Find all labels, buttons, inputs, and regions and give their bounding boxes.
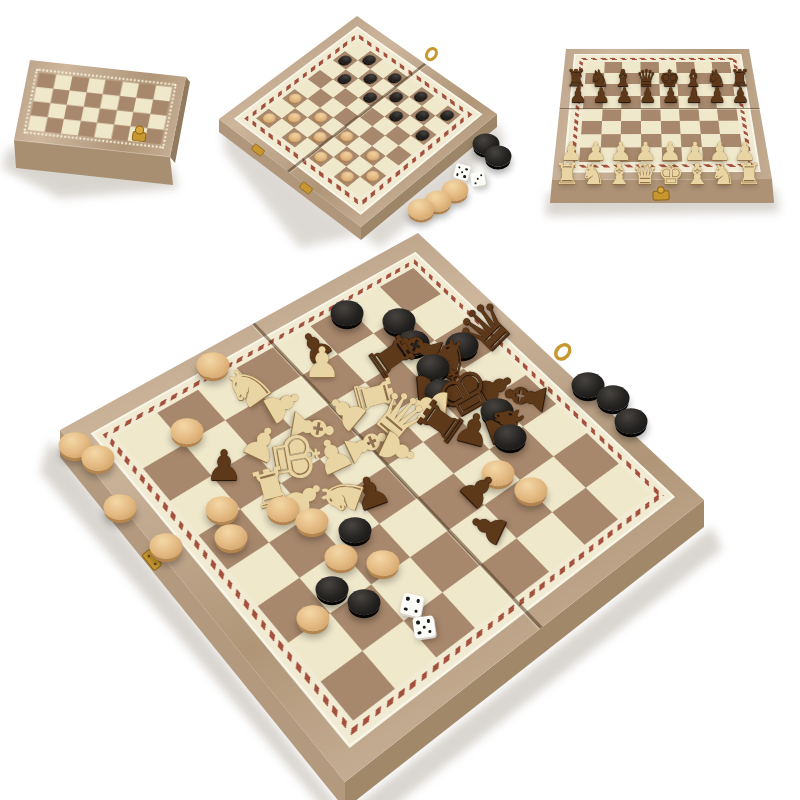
board-cell (600, 134, 621, 148)
board-cell (641, 134, 661, 148)
board-cell (697, 96, 717, 108)
board-cell (659, 84, 678, 96)
board-cell (677, 73, 696, 84)
board-cell (717, 108, 738, 121)
board-cell (641, 84, 660, 96)
board-cell (722, 147, 744, 161)
board-cell (582, 108, 602, 121)
gold-hook-icon (424, 47, 438, 62)
board-cell (144, 128, 164, 144)
drop-shadow (2, 148, 178, 198)
checkers-board-frame (219, 16, 497, 227)
board-cell (696, 84, 716, 96)
board-cell (699, 121, 720, 134)
closed-box-checker-pattern (28, 73, 173, 145)
board-cell (622, 84, 641, 96)
chess-board-frame (552, 49, 772, 180)
board-cell (600, 148, 621, 162)
board-cell (641, 148, 662, 162)
board-cell (712, 62, 731, 73)
board-cell (661, 148, 682, 162)
board-cell (676, 62, 695, 73)
closed-box-lid-frame (14, 60, 186, 157)
board-cell (603, 84, 622, 96)
board-cell (620, 148, 641, 162)
board-cell (698, 108, 719, 121)
board-cell (658, 62, 677, 73)
board-cell (659, 73, 678, 84)
board-cell (702, 147, 724, 161)
board-cell (585, 73, 604, 84)
board-cell (603, 73, 622, 84)
board-cell (681, 134, 702, 148)
die-showing-3 (470, 171, 486, 187)
board-cell (680, 121, 701, 134)
die-showing-5 (453, 163, 471, 181)
board-cell (622, 73, 641, 84)
board-cell (601, 121, 621, 134)
board-cell (621, 108, 641, 121)
board-cell (583, 96, 603, 108)
wood-checker-piece (408, 198, 435, 219)
board-cell (678, 96, 698, 108)
board-cell (714, 84, 734, 96)
board-cell (621, 121, 641, 134)
black-checker-piece (485, 145, 512, 166)
main-board-frame (60, 233, 704, 782)
checkers-board-grid (256, 42, 461, 197)
board-cell (640, 62, 658, 73)
board-cell (661, 134, 682, 148)
board-cell (660, 121, 680, 134)
board-cell (581, 121, 602, 134)
black-checker-piece (473, 133, 500, 154)
box-side-face (550, 179, 774, 203)
board-cell (700, 134, 721, 148)
drop-shadow (545, 188, 780, 216)
board-cell (679, 108, 699, 121)
board-cell (720, 134, 742, 148)
wood-checker-piece (442, 179, 469, 200)
gold-clasp-icon (653, 187, 669, 201)
board-cell (719, 121, 740, 134)
chess-board-grid (579, 62, 744, 162)
closed-box-view (14, 60, 186, 157)
gold-hook-icon (553, 342, 573, 362)
board-cell (678, 84, 698, 96)
board-cell (713, 73, 733, 84)
checkers-board-view (219, 16, 497, 227)
board-cell (586, 62, 605, 73)
board-cell (604, 62, 622, 73)
product-photo-stage: ♜♞♝♛♚♝♞♜♟♟♟♟♟♟♟♟♟♟♟♟♟♟♟♟♜♞♝♛♚♝♞♜♛♟♝♜♞♟♞♟… (0, 0, 800, 800)
main-board-grid (116, 268, 651, 721)
board-cell (602, 108, 622, 121)
board-cell (602, 96, 621, 108)
board-cell (641, 121, 661, 134)
wood-checker-piece (425, 190, 452, 211)
board-cell (695, 73, 714, 84)
main-board-view (60, 233, 704, 782)
board-cell (579, 148, 600, 162)
board-cell (621, 134, 641, 148)
board-cell (682, 147, 703, 161)
chess-board-view (552, 49, 772, 180)
board-cell (580, 134, 601, 148)
board-cell (694, 62, 713, 73)
board-cell (641, 108, 661, 121)
board-cell (622, 62, 640, 73)
board-cell (660, 108, 680, 121)
board-cell (640, 73, 659, 84)
board-cell (659, 96, 679, 108)
board-cell (584, 84, 603, 96)
board-cell (641, 96, 660, 108)
board-cell (716, 96, 737, 108)
board-cell (622, 96, 641, 108)
